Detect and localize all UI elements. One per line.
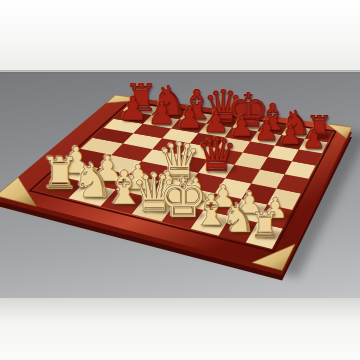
red-pawn-a7[interactable]: ♟: [118, 92, 148, 125]
red-pawn-h7[interactable]: ♟: [302, 126, 325, 152]
product-photo-scene: ♜♞♟♝♛♟♚♟♝♟♞♟♜♟♟♟♛♟♛♟♟♜♟♞♟♝♟♛♟♚♟♝♞♜: [0, 0, 360, 360]
red-pawn-b7[interactable]: ♟: [147, 97, 176, 129]
white-rook-h1[interactable]: ♜: [249, 209, 280, 244]
red-pawn-g7[interactable]: ♟: [278, 122, 302, 149]
red-pawn-f7[interactable]: ♟: [254, 117, 279, 145]
